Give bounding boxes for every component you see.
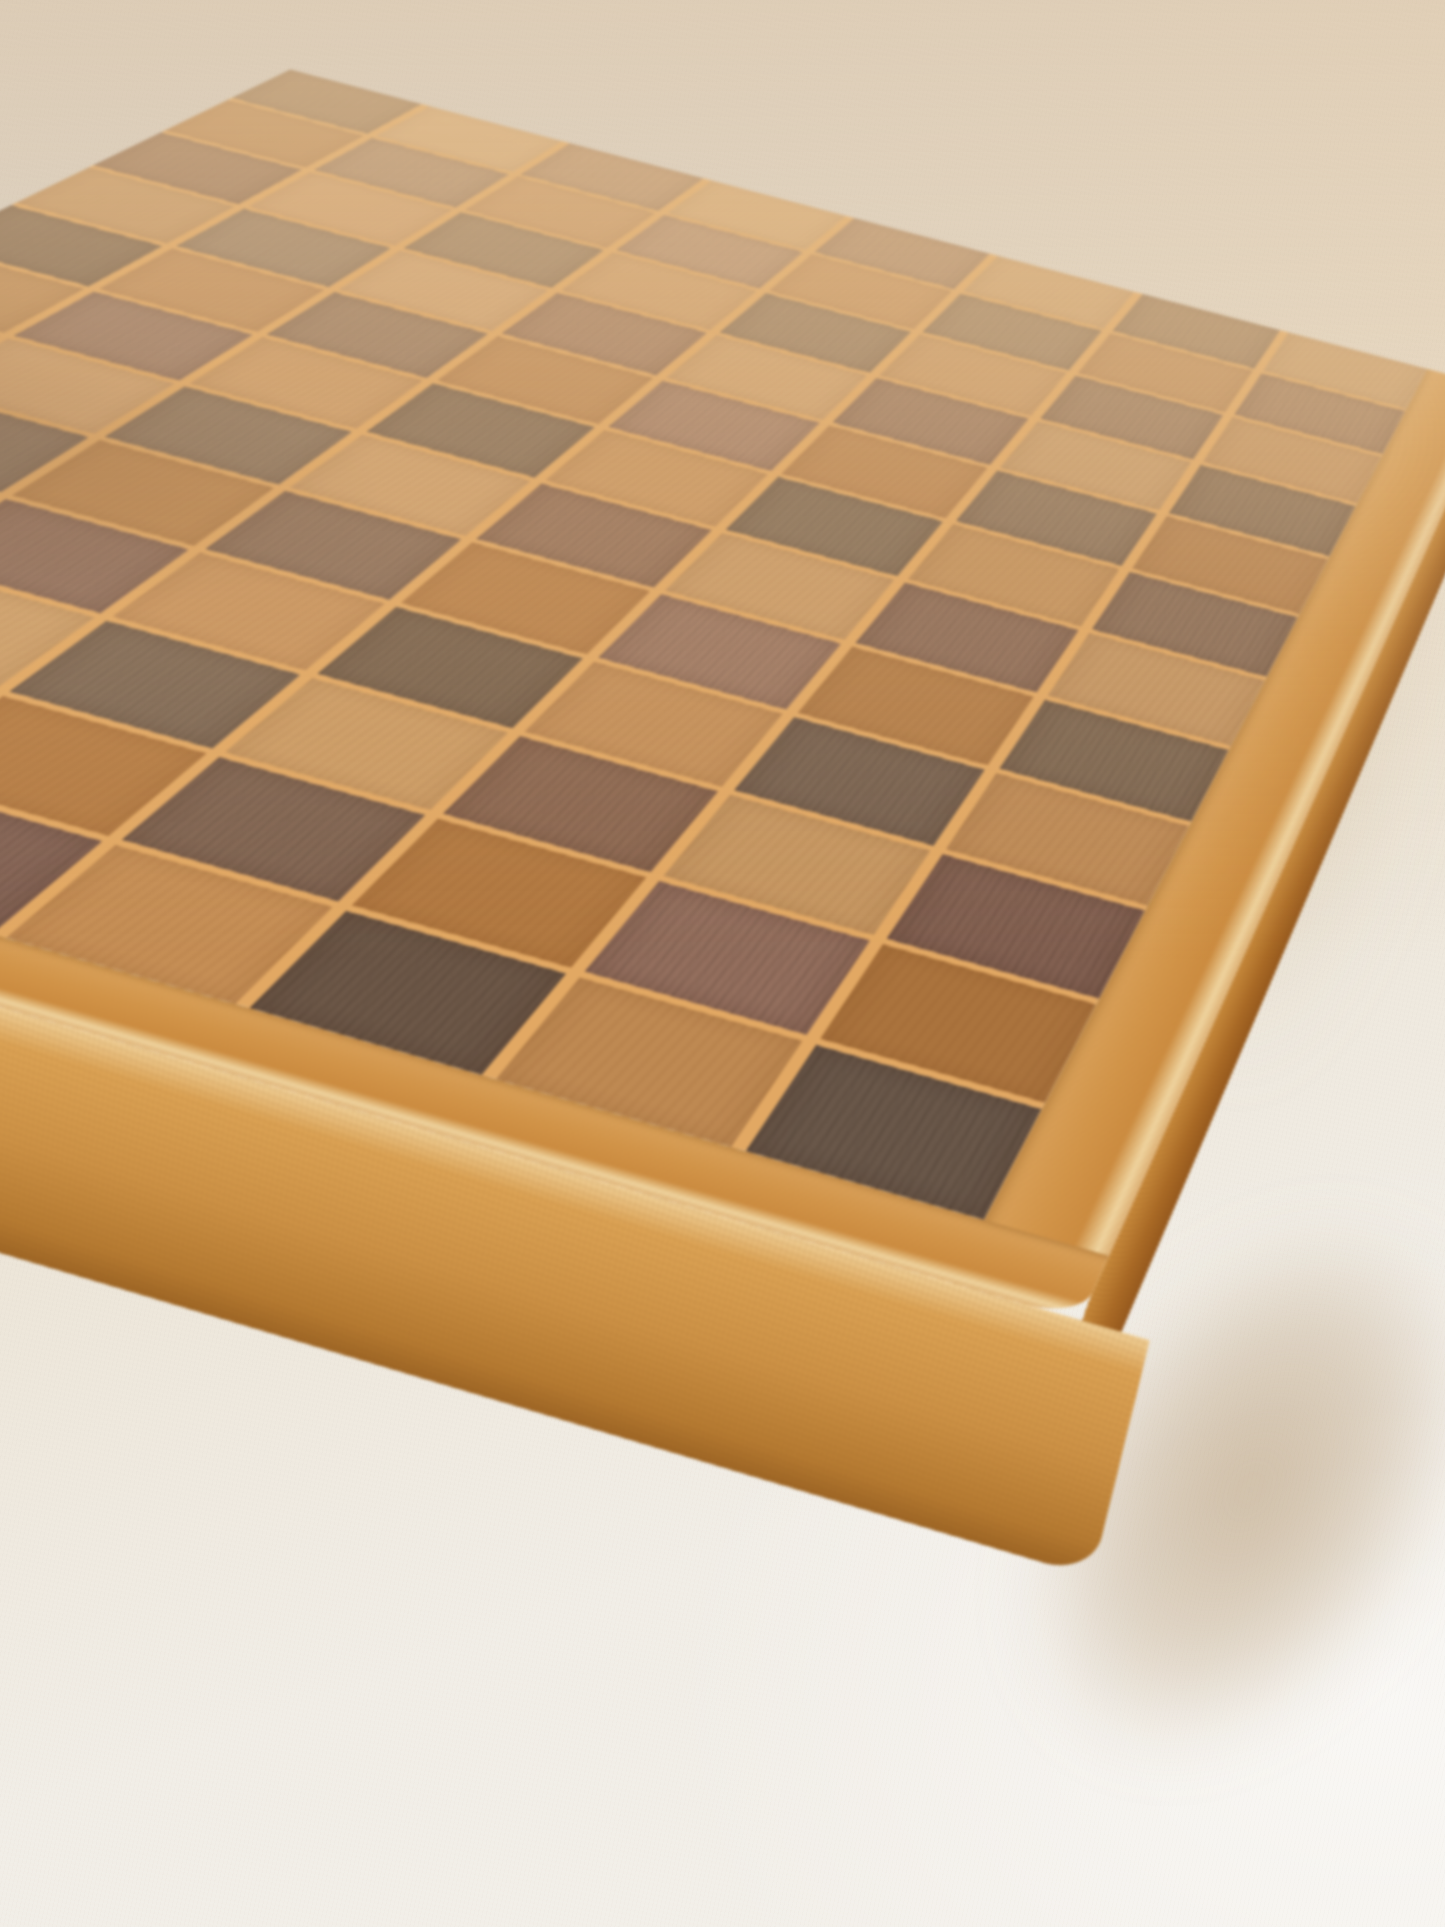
photo-scene bbox=[0, 0, 1445, 1927]
chessboard bbox=[0, 69, 1445, 1320]
board-orientation-wrapper bbox=[0, 0, 1445, 1927]
